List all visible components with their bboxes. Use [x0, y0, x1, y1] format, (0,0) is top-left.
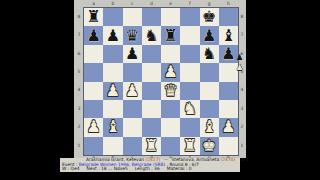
white-pawn-icon: ♟	[236, 64, 243, 72]
square-f6	[180, 45, 199, 63]
square-a4	[84, 82, 103, 100]
next-move: Next : 18 ... Ndxe5	[87, 167, 128, 172]
square-f4	[180, 82, 199, 100]
square-h3	[219, 100, 238, 118]
square-c3	[123, 100, 142, 118]
square-b2: ♝	[103, 118, 122, 136]
square-b1	[103, 137, 122, 155]
square-e3	[161, 100, 180, 118]
rank-labels-right: 87654321	[239, 8, 245, 155]
square-a5	[84, 63, 103, 81]
black-pawn: ♟	[125, 46, 139, 62]
coord-label: 7	[239, 26, 245, 44]
black-rook: ♜	[163, 28, 177, 44]
square-c7: ♛	[123, 26, 142, 44]
square-f7	[180, 26, 199, 44]
coord-label: f	[180, 1, 199, 7]
coord-label: b	[103, 1, 122, 7]
black-pawn: ♟	[86, 28, 100, 44]
white-pawn: ♟	[125, 83, 139, 99]
side-to-move-indicator: ♟ ♟	[234, 54, 245, 72]
square-b5	[103, 63, 122, 81]
square-a6	[84, 45, 103, 63]
black-king: ♚	[202, 9, 216, 25]
file-labels-top: abcdefgh	[84, 1, 238, 7]
square-g8: ♚	[200, 8, 219, 26]
square-a8: ♜	[84, 8, 103, 26]
white-pawn: ♟	[86, 119, 100, 135]
white-queen: ♛	[163, 83, 177, 99]
black-pawn: ♟	[106, 28, 120, 44]
white-bishop: ♝	[106, 119, 120, 135]
white-rook: ♜	[144, 138, 158, 154]
rank-labels-left: 87654321	[76, 8, 82, 155]
square-e7: ♜	[161, 26, 180, 44]
white-king: ♚	[202, 138, 216, 154]
square-h4	[219, 82, 238, 100]
white-rook: ♜	[183, 138, 197, 154]
coord-label: 4	[239, 82, 245, 100]
material-balance: Material : 0	[167, 167, 192, 172]
coord-label: 5	[76, 63, 82, 81]
square-a7: ♟	[84, 26, 103, 44]
coord-label: g	[200, 1, 219, 7]
square-c8	[123, 8, 142, 26]
square-c6: ♟	[123, 45, 142, 63]
white-pawn: ♟	[221, 119, 235, 135]
coord-label: 1	[239, 137, 245, 155]
coord-label: 4	[76, 82, 82, 100]
caption-bar: Arakhamia Grant, Ketevan (2417) — Stefan…	[60, 158, 240, 172]
square-g2: ♝	[200, 118, 219, 136]
square-b3	[103, 100, 122, 118]
square-b7: ♟	[103, 26, 122, 44]
white-knight: ♞	[183, 101, 197, 117]
white-pawn: ♟	[106, 83, 120, 99]
square-g5	[200, 63, 219, 81]
square-a2: ♟	[84, 118, 103, 136]
square-g7: ♟	[200, 26, 219, 44]
black-knight: ♞	[144, 28, 158, 44]
square-f5	[180, 63, 199, 81]
coord-label: 8	[239, 8, 245, 26]
square-e5: ♟	[161, 63, 180, 81]
square-h7: ♝	[219, 26, 238, 44]
board-panel: abcdefgh 87654321 87654321 ♜♚♟♟♛♞♜♟♝♟♞♟♟…	[74, 0, 246, 158]
square-d6	[142, 45, 161, 63]
square-e4: ♛	[161, 82, 180, 100]
square-c5	[123, 63, 142, 81]
square-f2	[180, 118, 199, 136]
square-e6	[161, 45, 180, 63]
square-g3	[200, 100, 219, 118]
coord-label: 3	[76, 100, 82, 118]
coord-label: 3	[239, 100, 245, 118]
square-a3	[84, 100, 103, 118]
square-h2: ♟	[219, 118, 238, 136]
square-d5	[142, 63, 161, 81]
coord-label: 6	[76, 45, 82, 63]
square-d8	[142, 8, 161, 26]
coord-label: 8	[76, 8, 82, 26]
info-line: W : Qe4 Next : 18 ... Ndxe5 Length : 36 …	[60, 167, 240, 172]
square-h8	[219, 8, 238, 26]
coord-label: 2	[239, 118, 245, 136]
black-pawn: ♟	[202, 28, 216, 44]
square-a1	[84, 137, 103, 155]
black-pawn-icon: ♟	[236, 54, 243, 62]
square-d7: ♞	[142, 26, 161, 44]
white-pawn: ♟	[163, 64, 177, 80]
black-queen: ♛	[125, 28, 139, 44]
coord-label: 2	[76, 118, 82, 136]
square-d4	[142, 82, 161, 100]
square-b4: ♟	[103, 82, 122, 100]
square-d3	[142, 100, 161, 118]
last-move: W : Qe4	[62, 167, 80, 172]
square-b6	[103, 45, 122, 63]
square-c4: ♟	[123, 82, 142, 100]
chess-board: ♜♚♟♟♛♞♜♟♝♟♞♟♟♟♟♛♞♟♝♝♟♜♜♚	[84, 8, 238, 155]
coord-label: 7	[76, 26, 82, 44]
coord-label: e	[161, 1, 180, 7]
square-f8	[180, 8, 199, 26]
square-c1	[123, 137, 142, 155]
square-e2	[161, 118, 180, 136]
black-rook: ♜	[86, 9, 100, 25]
white-bishop: ♝	[202, 119, 216, 135]
square-e8	[161, 8, 180, 26]
black-knight: ♞	[202, 46, 216, 62]
coord-label: d	[142, 1, 161, 7]
game-result: 0-1	[237, 157, 249, 162]
square-f1: ♜	[180, 137, 199, 155]
square-g4	[200, 82, 219, 100]
coord-label: a	[84, 1, 103, 7]
square-f3: ♞	[180, 100, 199, 118]
coord-label: 1	[76, 137, 82, 155]
game-length: Length : 36	[135, 167, 160, 172]
coord-label: c	[123, 1, 142, 7]
square-d2	[142, 118, 161, 136]
square-b8	[103, 8, 122, 26]
square-d1: ♜	[142, 137, 161, 155]
square-h1	[219, 137, 238, 155]
black-player-rating: (2470)	[221, 157, 236, 162]
square-g6: ♞	[200, 45, 219, 63]
black-bishop: ♝	[221, 28, 235, 44]
square-c2	[123, 118, 142, 136]
coord-label: h	[219, 1, 238, 7]
square-e1	[161, 137, 180, 155]
square-g1: ♚	[200, 137, 219, 155]
